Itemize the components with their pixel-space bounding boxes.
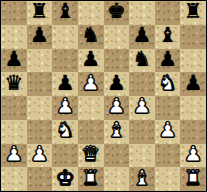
square-b8[interactable]: ♜ (27, 1, 53, 25)
square-a4[interactable] (1, 96, 27, 120)
square-e6[interactable] (104, 49, 130, 73)
square-g1[interactable] (155, 167, 181, 191)
piece-black-pawn[interactable]: ♟ (4, 49, 23, 70)
piece-black-pawn[interactable]: ♟ (158, 49, 177, 70)
piece-black-knight[interactable]: ♞ (133, 49, 152, 70)
square-d5[interactable]: ♟ (78, 72, 104, 96)
piece-white-queen[interactable]: ♛ (81, 144, 100, 165)
square-h8[interactable]: ♜ (180, 1, 206, 25)
square-a7[interactable] (1, 25, 27, 49)
piece-black-knight[interactable]: ♞ (81, 25, 100, 46)
square-d6[interactable]: ♟ (78, 49, 104, 73)
piece-white-bishop[interactable]: ♝ (133, 168, 152, 189)
square-a5[interactable]: ♛ (1, 72, 27, 96)
square-h1[interactable]: ♜ (180, 167, 206, 191)
piece-white-pawn[interactable]: ♟ (184, 144, 203, 165)
piece-black-queen[interactable]: ♛ (4, 73, 23, 94)
piece-white-rook[interactable]: ♜ (81, 168, 100, 189)
square-d3[interactable] (78, 120, 104, 144)
square-a1[interactable] (1, 167, 27, 191)
piece-white-pawn[interactable]: ♟ (4, 144, 23, 165)
square-a6[interactable]: ♟ (1, 49, 27, 73)
square-g2[interactable] (155, 144, 181, 168)
square-g4[interactable] (155, 96, 181, 120)
square-e8[interactable]: ♚ (104, 1, 130, 25)
chess-board: ♜♝♚♜♟♞♟♝♟♟♞♟♛♟♟♟♞♟♟♟♟♞♝♟♟♟♛♟♚♜♝♜ (1, 1, 206, 191)
square-h3[interactable] (180, 120, 206, 144)
square-f5[interactable] (129, 72, 155, 96)
square-b5[interactable] (27, 72, 53, 96)
piece-white-pawn[interactable]: ♟ (133, 96, 152, 117)
square-e1[interactable] (104, 167, 130, 191)
square-d1[interactable]: ♜ (78, 167, 104, 191)
piece-white-pawn[interactable]: ♟ (30, 144, 49, 165)
square-c3[interactable]: ♞ (52, 120, 78, 144)
piece-white-pawn[interactable]: ♟ (81, 73, 100, 94)
square-e5[interactable]: ♟ (104, 72, 130, 96)
square-b3[interactable] (27, 120, 53, 144)
square-f8[interactable] (129, 1, 155, 25)
square-f4[interactable]: ♟ (129, 96, 155, 120)
square-e3[interactable]: ♝ (104, 120, 130, 144)
square-c1[interactable]: ♚ (52, 167, 78, 191)
square-g5[interactable]: ♞ (155, 72, 181, 96)
square-d2[interactable]: ♛ (78, 144, 104, 168)
piece-black-bishop[interactable]: ♝ (158, 25, 177, 46)
square-e7[interactable] (104, 25, 130, 49)
square-b1[interactable] (27, 167, 53, 191)
square-a2[interactable]: ♟ (1, 144, 27, 168)
square-f7[interactable]: ♟ (129, 25, 155, 49)
square-h6[interactable] (180, 49, 206, 73)
square-c2[interactable] (52, 144, 78, 168)
square-c6[interactable] (52, 49, 78, 73)
square-f2[interactable] (129, 144, 155, 168)
square-h5[interactable]: ♟ (180, 72, 206, 96)
piece-black-rook[interactable]: ♜ (184, 1, 203, 22)
piece-black-pawn[interactable]: ♟ (107, 73, 126, 94)
piece-white-knight[interactable]: ♞ (158, 73, 177, 94)
square-g8[interactable] (155, 1, 181, 25)
square-f3[interactable] (129, 120, 155, 144)
square-f1[interactable]: ♝ (129, 167, 155, 191)
square-c8[interactable]: ♝ (52, 1, 78, 25)
square-g3[interactable]: ♟ (155, 120, 181, 144)
piece-white-knight[interactable]: ♞ (56, 120, 75, 141)
piece-black-rook[interactable]: ♜ (30, 1, 49, 22)
piece-white-rook[interactable]: ♜ (184, 168, 203, 189)
square-g7[interactable]: ♝ (155, 25, 181, 49)
square-g6[interactable]: ♟ (155, 49, 181, 73)
square-a8[interactable] (1, 1, 27, 25)
square-e4[interactable]: ♟ (104, 96, 130, 120)
square-b7[interactable]: ♟ (27, 25, 53, 49)
square-h2[interactable]: ♟ (180, 144, 206, 168)
piece-black-king[interactable]: ♚ (107, 1, 126, 22)
piece-black-pawn[interactable]: ♟ (81, 49, 100, 70)
piece-black-pawn[interactable]: ♟ (133, 25, 152, 46)
square-a3[interactable] (1, 120, 27, 144)
square-c7[interactable] (52, 25, 78, 49)
square-h4[interactable] (180, 96, 206, 120)
square-d7[interactable]: ♞ (78, 25, 104, 49)
square-b4[interactable] (27, 96, 53, 120)
square-e2[interactable] (104, 144, 130, 168)
piece-white-pawn[interactable]: ♟ (107, 96, 126, 117)
piece-black-bishop[interactable]: ♝ (56, 1, 75, 22)
piece-black-pawn[interactable]: ♟ (30, 25, 49, 46)
piece-white-bishop[interactable]: ♝ (107, 120, 126, 141)
piece-white-pawn[interactable]: ♟ (56, 96, 75, 117)
square-h7[interactable] (180, 25, 206, 49)
piece-black-pawn[interactable]: ♟ (184, 73, 203, 94)
square-c5[interactable]: ♟ (52, 72, 78, 96)
square-b6[interactable] (27, 49, 53, 73)
piece-white-king[interactable]: ♚ (56, 168, 75, 189)
square-d4[interactable] (78, 96, 104, 120)
piece-white-pawn[interactable]: ♟ (158, 120, 177, 141)
chess-board-frame: ♜♝♚♜♟♞♟♝♟♟♞♟♛♟♟♟♞♟♟♟♟♞♝♟♟♟♛♟♚♜♝♜ (0, 0, 207, 192)
square-b2[interactable]: ♟ (27, 144, 53, 168)
square-f6[interactable]: ♞ (129, 49, 155, 73)
square-d8[interactable] (78, 1, 104, 25)
piece-black-pawn[interactable]: ♟ (56, 73, 75, 94)
square-c4[interactable]: ♟ (52, 96, 78, 120)
